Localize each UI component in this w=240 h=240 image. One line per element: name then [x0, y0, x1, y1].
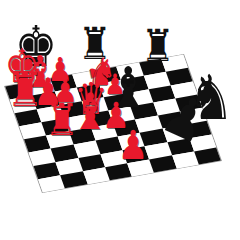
piece-red-rook-b4[interactable]: ♜	[45, 98, 79, 142]
piece-red-rook-a6[interactable]: ♜	[7, 65, 44, 113]
piece-red-pawn-e1[interactable]: ♟	[118, 125, 148, 165]
square-h1[interactable]	[194, 147, 221, 164]
chess-illustration: ♚♜♜♞♝♟♚♟♟♝♞♜♟♟♟♛♝♜♟♟	[0, 0, 240, 240]
